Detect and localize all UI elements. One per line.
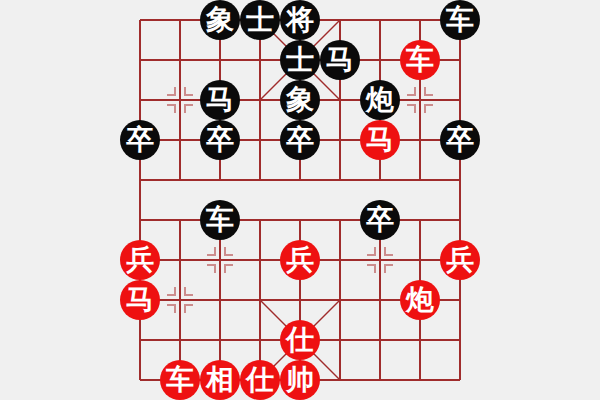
piece-black-soldier[interactable]: 卒: [360, 200, 400, 240]
piece-red-horse[interactable]: 马: [360, 120, 400, 160]
piece-black-soldier[interactable]: 卒: [120, 120, 160, 160]
piece-black-chariot[interactable]: 车: [440, 0, 480, 40]
piece-red-horse[interactable]: 马: [120, 280, 160, 320]
piece-red-elephant[interactable]: 相: [200, 360, 240, 400]
piece-black-cannon[interactable]: 炮: [360, 80, 400, 120]
piece-red-soldier[interactable]: 兵: [120, 240, 160, 280]
piece-black-chariot[interactable]: 车: [200, 200, 240, 240]
piece-red-chariot[interactable]: 车: [160, 360, 200, 400]
piece-red-cannon[interactable]: 炮: [400, 280, 440, 320]
piece-black-elephant[interactable]: 象: [280, 80, 320, 120]
piece-red-advisor[interactable]: 仕: [240, 360, 280, 400]
piece-black-soldier[interactable]: 卒: [200, 120, 240, 160]
piece-red-soldier[interactable]: 兵: [440, 240, 480, 280]
xiangqi-board[interactable]: 象士将车士马车马象炮卒卒卒马卒车卒兵兵兵马炮仕车相仕帅: [120, 0, 480, 400]
piece-red-advisor[interactable]: 仕: [280, 320, 320, 360]
piece-black-advisor[interactable]: 士: [280, 40, 320, 80]
piece-red-chariot[interactable]: 车: [400, 40, 440, 80]
piece-black-general[interactable]: 将: [280, 0, 320, 40]
piece-black-advisor[interactable]: 士: [240, 0, 280, 40]
piece-black-soldier[interactable]: 卒: [280, 120, 320, 160]
piece-black-soldier[interactable]: 卒: [440, 120, 480, 160]
piece-red-soldier[interactable]: 兵: [280, 240, 320, 280]
piece-black-horse[interactable]: 马: [200, 80, 240, 120]
piece-black-horse[interactable]: 马: [320, 40, 360, 80]
piece-red-general[interactable]: 帅: [280, 360, 320, 400]
piece-black-elephant[interactable]: 象: [200, 0, 240, 40]
